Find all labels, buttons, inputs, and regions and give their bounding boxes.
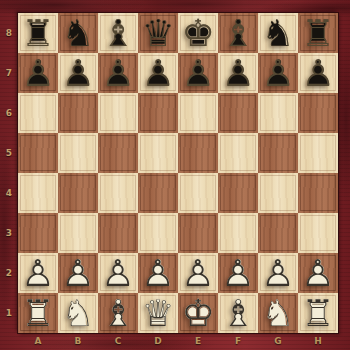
piece-outline-glyph: ♔ — [178, 13, 218, 53]
square-inlay-line — [20, 175, 56, 211]
black-bishop-piece[interactable]: ♝♗ — [218, 13, 258, 53]
square-e4[interactable] — [178, 173, 218, 213]
square-f4[interactable] — [218, 173, 258, 213]
black-knight-piece[interactable]: ♞♘ — [58, 13, 98, 53]
square-f6[interactable] — [218, 93, 258, 133]
square-c1[interactable]: ♝♗ — [98, 293, 138, 333]
piece-outline-glyph: ♖ — [298, 13, 338, 53]
piece-outline-glyph: ♙ — [138, 253, 178, 293]
piece-outline-glyph: ♕ — [138, 293, 178, 333]
square-d1[interactable]: ♛♕ — [138, 293, 178, 333]
square-inlay-line — [140, 175, 176, 211]
rank-label-5: 5 — [0, 133, 18, 173]
square-inlay-line — [180, 215, 216, 251]
piece-outline-glyph: ♙ — [218, 253, 258, 293]
black-pawn-piece[interactable]: ♟♙ — [258, 53, 298, 93]
square-e1[interactable]: ♚♔ — [178, 293, 218, 333]
square-e8[interactable]: ♚♔ — [178, 13, 218, 53]
square-inlay-line — [60, 215, 96, 251]
square-inlay-line — [300, 175, 336, 211]
square-inlay-line — [180, 175, 216, 211]
rank-label-3: 3 — [0, 213, 18, 253]
square-b8[interactable]: ♞♘ — [58, 13, 98, 53]
square-b7[interactable]: ♟♙ — [58, 53, 98, 93]
white-knight-piece[interactable]: ♞♘ — [58, 293, 98, 333]
black-rook-piece[interactable]: ♜♖ — [298, 13, 338, 53]
square-c2[interactable]: ♟♙ — [98, 253, 138, 293]
white-pawn-piece[interactable]: ♟♙ — [18, 253, 58, 293]
square-a1[interactable]: ♜♖ — [18, 293, 58, 333]
piece-outline-glyph: ♙ — [18, 253, 58, 293]
black-pawn-piece[interactable]: ♟♙ — [298, 53, 338, 93]
square-a5[interactable] — [18, 133, 58, 173]
piece-outline-glyph: ♙ — [98, 253, 138, 293]
square-d2[interactable]: ♟♙ — [138, 253, 178, 293]
piece-outline-glyph: ♙ — [58, 253, 98, 293]
square-d4[interactable] — [138, 173, 178, 213]
square-g5[interactable] — [258, 133, 298, 173]
piece-outline-glyph: ♙ — [218, 53, 258, 93]
square-f2[interactable]: ♟♙ — [218, 253, 258, 293]
square-inlay-line — [220, 135, 256, 171]
piece-outline-glyph: ♙ — [298, 53, 338, 93]
square-inlay-line — [60, 95, 96, 131]
rank-label-7: 7 — [0, 53, 18, 93]
black-pawn-piece[interactable]: ♟♙ — [58, 53, 98, 93]
square-inlay-line — [60, 135, 96, 171]
piece-outline-glyph: ♙ — [58, 53, 98, 93]
square-d6[interactable] — [138, 93, 178, 133]
square-f8[interactable]: ♝♗ — [218, 13, 258, 53]
file-label-a: A — [18, 333, 58, 350]
square-inlay-line — [100, 175, 136, 211]
black-pawn-piece[interactable]: ♟♙ — [218, 53, 258, 93]
piece-outline-glyph: ♙ — [298, 253, 338, 293]
piece-outline-glyph: ♙ — [178, 53, 218, 93]
square-inlay-line — [100, 95, 136, 131]
white-pawn-piece[interactable]: ♟♙ — [58, 253, 98, 293]
square-c7[interactable]: ♟♙ — [98, 53, 138, 93]
white-pawn-piece[interactable]: ♟♙ — [178, 253, 218, 293]
square-a3[interactable] — [18, 213, 58, 253]
piece-outline-glyph: ♙ — [258, 253, 298, 293]
black-queen-piece[interactable]: ♛♕ — [138, 13, 178, 53]
square-f1[interactable]: ♝♗ — [218, 293, 258, 333]
square-c5[interactable] — [98, 133, 138, 173]
square-d3[interactable] — [138, 213, 178, 253]
square-h5[interactable] — [298, 133, 338, 173]
square-b4[interactable] — [58, 173, 98, 213]
square-inlay-line — [100, 135, 136, 171]
white-king-piece[interactable]: ♚♔ — [178, 293, 218, 333]
square-e3[interactable] — [178, 213, 218, 253]
white-pawn-piece[interactable]: ♟♙ — [298, 253, 338, 293]
piece-outline-glyph: ♗ — [218, 13, 258, 53]
black-knight-piece[interactable]: ♞♘ — [258, 13, 298, 53]
square-inlay-line — [140, 215, 176, 251]
white-queen-piece[interactable]: ♛♕ — [138, 293, 178, 333]
square-inlay-line — [20, 95, 56, 131]
square-c4[interactable] — [98, 173, 138, 213]
square-g6[interactable] — [258, 93, 298, 133]
piece-outline-glyph: ♘ — [58, 293, 98, 333]
white-pawn-piece[interactable]: ♟♙ — [258, 253, 298, 293]
white-bishop-piece[interactable]: ♝♗ — [98, 293, 138, 333]
piece-outline-glyph: ♘ — [58, 13, 98, 53]
square-inlay-line — [180, 95, 216, 131]
square-d7[interactable]: ♟♙ — [138, 53, 178, 93]
file-label-h: H — [298, 333, 338, 350]
white-rook-piece[interactable]: ♜♖ — [18, 293, 58, 333]
piece-outline-glyph: ♙ — [258, 53, 298, 93]
square-inlay-line — [20, 215, 56, 251]
square-inlay-line — [100, 215, 136, 251]
square-h6[interactable] — [298, 93, 338, 133]
square-inlay-line — [180, 135, 216, 171]
square-h2[interactable]: ♟♙ — [298, 253, 338, 293]
square-inlay-line — [260, 95, 296, 131]
rank-label-8: 8 — [0, 13, 18, 53]
black-pawn-piece[interactable]: ♟♙ — [178, 53, 218, 93]
file-label-e: E — [178, 333, 218, 350]
black-rook-piece[interactable]: ♜♖ — [18, 13, 58, 53]
square-a4[interactable] — [18, 173, 58, 213]
piece-outline-glyph: ♙ — [18, 53, 58, 93]
square-g4[interactable] — [258, 173, 298, 213]
square-inlay-line — [220, 215, 256, 251]
square-a7[interactable]: ♟♙ — [18, 53, 58, 93]
square-d8[interactable]: ♛♕ — [138, 13, 178, 53]
square-f3[interactable] — [218, 213, 258, 253]
white-pawn-piece[interactable]: ♟♙ — [98, 253, 138, 293]
file-label-b: B — [58, 333, 98, 350]
rank-label-2: 2 — [0, 253, 18, 293]
square-inlay-line — [260, 135, 296, 171]
black-bishop-piece[interactable]: ♝♗ — [98, 13, 138, 53]
square-inlay-line — [300, 95, 336, 131]
square-a8[interactable]: ♜♖ — [18, 13, 58, 53]
piece-outline-glyph: ♕ — [138, 13, 178, 53]
square-inlay-line — [300, 215, 336, 251]
square-e6[interactable] — [178, 93, 218, 133]
white-bishop-piece[interactable]: ♝♗ — [218, 293, 258, 333]
piece-outline-glyph: ♔ — [178, 293, 218, 333]
square-a6[interactable] — [18, 93, 58, 133]
square-h7[interactable]: ♟♙ — [298, 53, 338, 93]
piece-outline-glyph: ♗ — [98, 13, 138, 53]
piece-outline-glyph: ♘ — [258, 13, 298, 53]
square-inlay-line — [140, 95, 176, 131]
piece-outline-glyph: ♗ — [218, 293, 258, 333]
square-d5[interactable] — [138, 133, 178, 173]
square-c6[interactable] — [98, 93, 138, 133]
file-label-c: C — [98, 333, 138, 350]
file-label-f: F — [218, 333, 258, 350]
square-e2[interactable]: ♟♙ — [178, 253, 218, 293]
black-pawn-piece[interactable]: ♟♙ — [98, 53, 138, 93]
square-g3[interactable] — [258, 213, 298, 253]
piece-outline-glyph: ♖ — [18, 293, 58, 333]
square-inlay-line — [60, 175, 96, 211]
white-knight-piece[interactable]: ♞♘ — [258, 293, 298, 333]
white-rook-piece[interactable]: ♜♖ — [298, 293, 338, 333]
white-pawn-piece[interactable]: ♟♙ — [138, 253, 178, 293]
file-label-g: G — [258, 333, 298, 350]
square-f7[interactable]: ♟♙ — [218, 53, 258, 93]
piece-outline-glyph: ♙ — [98, 53, 138, 93]
square-h4[interactable] — [298, 173, 338, 213]
square-g1[interactable]: ♞♘ — [258, 293, 298, 333]
chess-app-window: ♜♖♞♘♝♗♛♕♚♔♝♗♞♘♜♖♟♙♟♙♟♙♟♙♟♙♟♙♟♙♟♙♟♙♟♙♟♙♟♙… — [0, 0, 350, 350]
square-g7[interactable]: ♟♙ — [258, 53, 298, 93]
square-inlay-line — [220, 175, 256, 211]
square-b6[interactable] — [58, 93, 98, 133]
square-inlay-line — [140, 135, 176, 171]
square-inlay-line — [260, 175, 296, 211]
square-e5[interactable] — [178, 133, 218, 173]
piece-outline-glyph: ♙ — [138, 53, 178, 93]
piece-outline-glyph: ♘ — [258, 293, 298, 333]
piece-outline-glyph: ♖ — [298, 293, 338, 333]
file-label-d: D — [138, 333, 178, 350]
piece-outline-glyph: ♖ — [18, 13, 58, 53]
piece-outline-glyph: ♙ — [178, 253, 218, 293]
rank-label-6: 6 — [0, 93, 18, 133]
chess-board: ♜♖♞♘♝♗♛♕♚♔♝♗♞♘♜♖♟♙♟♙♟♙♟♙♟♙♟♙♟♙♟♙♟♙♟♙♟♙♟♙… — [18, 13, 338, 333]
square-c3[interactable] — [98, 213, 138, 253]
black-king-piece[interactable]: ♚♔ — [178, 13, 218, 53]
square-inlay-line — [220, 95, 256, 131]
square-inlay-line — [20, 135, 56, 171]
black-pawn-piece[interactable]: ♟♙ — [18, 53, 58, 93]
piece-outline-glyph: ♗ — [98, 293, 138, 333]
square-c8[interactable]: ♝♗ — [98, 13, 138, 53]
square-f5[interactable] — [218, 133, 258, 173]
square-inlay-line — [300, 135, 336, 171]
square-g8[interactable]: ♞♘ — [258, 13, 298, 53]
square-h3[interactable] — [298, 213, 338, 253]
square-b1[interactable]: ♞♘ — [58, 293, 98, 333]
square-b2[interactable]: ♟♙ — [58, 253, 98, 293]
square-e7[interactable]: ♟♙ — [178, 53, 218, 93]
square-inlay-line — [260, 215, 296, 251]
square-b3[interactable] — [58, 213, 98, 253]
black-pawn-piece[interactable]: ♟♙ — [138, 53, 178, 93]
square-b5[interactable] — [58, 133, 98, 173]
square-h8[interactable]: ♜♖ — [298, 13, 338, 53]
white-pawn-piece[interactable]: ♟♙ — [218, 253, 258, 293]
square-a2[interactable]: ♟♙ — [18, 253, 58, 293]
rank-label-4: 4 — [0, 173, 18, 213]
rank-label-1: 1 — [0, 293, 18, 333]
square-g2[interactable]: ♟♙ — [258, 253, 298, 293]
square-h1[interactable]: ♜♖ — [298, 293, 338, 333]
